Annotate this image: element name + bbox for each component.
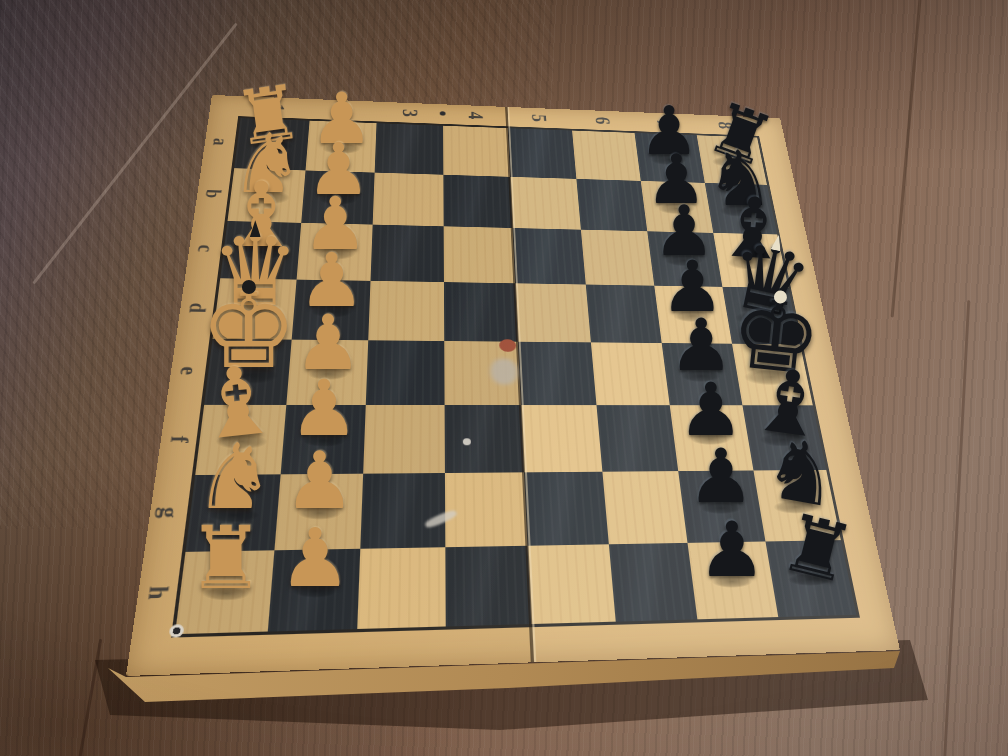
file-label-e: e <box>176 367 201 376</box>
piece-shadow <box>229 243 293 263</box>
piece-shadow <box>313 191 365 207</box>
piece-shadow <box>652 201 701 216</box>
white-speck <box>463 438 471 445</box>
piece-shadow <box>305 303 359 319</box>
file-label-a: a <box>210 138 232 146</box>
piece-shadow <box>735 366 808 388</box>
piece-shadow <box>201 505 266 525</box>
piece-shadow <box>291 504 348 521</box>
file-label-d: d <box>185 302 209 312</box>
rank-label-4: 4 <box>464 111 486 120</box>
file-label-h: h <box>144 585 173 599</box>
file-label-c: c <box>194 245 217 253</box>
piece-shadow <box>705 573 760 590</box>
rank-label-3: 3 <box>399 109 421 118</box>
piece-shadow <box>713 202 768 219</box>
piece-shadow <box>727 308 793 328</box>
piece-shadow <box>309 245 362 261</box>
rank-label-7: 7 <box>653 119 674 127</box>
rank-label-6: 6 <box>591 116 612 124</box>
file-label-b: b <box>202 189 225 198</box>
piece-shadow <box>667 308 718 324</box>
piece-shadow <box>316 141 367 157</box>
photo-scene: 12345678abcdefgh ♜♞♝♛♚♝♞♜♟♟♟♟♟♟♟♟♟♟♟♟♟♟♟… <box>0 0 1008 756</box>
piece-shadow <box>209 363 288 387</box>
piece-shadow <box>645 152 693 167</box>
rank-label-2: 2 <box>332 106 355 115</box>
rank-label-1: 1 <box>265 103 288 112</box>
red-wax-drop <box>499 339 516 352</box>
rank-label-5: 5 <box>528 114 550 122</box>
piece-shadow <box>720 253 780 271</box>
piece-shadow <box>675 368 727 384</box>
file-label-f: f <box>166 436 192 443</box>
piece-shadow <box>195 584 257 603</box>
rank-label-8: 8 <box>714 121 735 129</box>
file-label-g: g <box>156 507 183 519</box>
piece-shadow <box>207 431 275 452</box>
piece-shadow <box>694 500 748 516</box>
pin-hole-top-border <box>440 111 446 115</box>
worn-grey-patch <box>490 359 518 385</box>
piece-shadow <box>238 188 297 206</box>
